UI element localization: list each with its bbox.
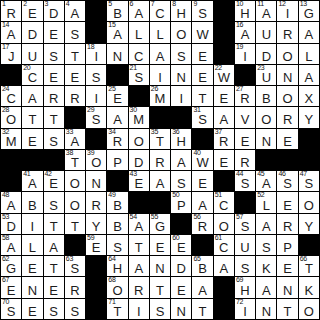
grid-cell[interactable]: 14A — [1, 22, 21, 42]
grid-cell[interactable]: 33A — [65, 129, 85, 149]
cell-letter: U — [28, 45, 37, 63]
grid-cell[interactable]: S — [107, 235, 127, 255]
grid-cell[interactable]: S — [65, 22, 85, 42]
grid-cell[interactable]: 64H — [107, 256, 127, 276]
grid-cell[interactable]: 17J — [1, 44, 21, 64]
grid-cell[interactable]: D — [22, 22, 42, 42]
grid-cell[interactable]: 66T — [299, 256, 319, 276]
grid-cell[interactable]: E — [214, 86, 234, 106]
grid-cell[interactable]: N — [256, 129, 276, 149]
black-cell — [65, 235, 85, 255]
cell-letter: E — [28, 130, 37, 148]
grid-cell[interactable]: A — [214, 107, 234, 127]
grid-cell[interactable]: 35T — [150, 129, 170, 149]
grid-cell[interactable]: O — [277, 86, 297, 106]
grid-cell[interactable]: S — [171, 171, 191, 191]
grid-cell[interactable]: 13G — [299, 1, 319, 21]
cell-letter: E — [198, 172, 207, 190]
grid-cell[interactable]: N — [277, 65, 297, 85]
grid-cell[interactable]: P — [107, 150, 127, 170]
grid-cell[interactable]: T — [22, 107, 42, 127]
grid-cell[interactable]: K — [256, 256, 276, 276]
grid-cell[interactable]: B — [107, 214, 127, 234]
grid-cell[interactable]: D — [129, 150, 149, 170]
grid-cell[interactable]: 57S — [235, 214, 255, 234]
black-cell — [150, 107, 170, 127]
cell-letter: R — [283, 108, 292, 126]
grid-cell[interactable]: 23U — [256, 65, 276, 85]
cell-letter: T — [156, 279, 164, 297]
grid-cell[interactable]: A — [171, 150, 191, 170]
grid-cell[interactable]: 68O — [107, 277, 127, 297]
grid-cell[interactable]: S — [65, 299, 85, 319]
grid-cell[interactable]: N — [22, 277, 42, 297]
black-cell — [192, 235, 212, 255]
cell-letter: O — [261, 108, 271, 126]
grid-cell[interactable]: 1R — [1, 1, 21, 21]
cell-letter: E — [49, 279, 58, 297]
cell-letter: R — [92, 194, 101, 212]
cell-letter: E — [241, 130, 250, 148]
cell-letter: R — [283, 23, 292, 41]
grid-cell[interactable]: 19I — [235, 44, 255, 64]
cell-letter: I — [179, 87, 183, 105]
cell-letter: O — [283, 87, 293, 105]
grid-cell[interactable]: 46S — [277, 171, 297, 191]
grid-cell[interactable]: O — [65, 192, 85, 212]
grid-cell[interactable]: B — [256, 86, 276, 106]
cell-letter: A — [156, 45, 165, 63]
grid-cell[interactable]: 11A — [256, 1, 276, 21]
grid-cell[interactable]: 34R — [107, 129, 127, 149]
grid-cell[interactable]: A — [150, 171, 170, 191]
grid-cell[interactable]: T — [277, 299, 297, 319]
black-cell — [171, 107, 191, 127]
cell-number: 26 — [151, 85, 158, 93]
cell-letter: S — [198, 2, 207, 20]
grid-cell[interactable]: 49B — [107, 192, 127, 212]
grid-cell[interactable]: L — [22, 235, 42, 255]
cell-number: 25 — [108, 85, 115, 93]
grid-cell[interactable]: 44S — [235, 171, 255, 191]
cell-number: 19 — [236, 43, 243, 51]
cell-letter: E — [198, 66, 207, 84]
cell-letter: N — [283, 279, 292, 297]
grid-cell[interactable]: I — [86, 86, 106, 106]
cell-number: 3 — [45, 0, 49, 8]
grid-cell[interactable]: S — [235, 256, 255, 276]
grid-cell[interactable]: 16A — [235, 22, 255, 42]
grid-cell[interactable]: E — [235, 129, 255, 149]
grid-cell[interactable]: T — [44, 214, 64, 234]
grid-cell[interactable]: 43E — [129, 171, 149, 191]
black-cell — [129, 86, 149, 106]
grid-cell[interactable]: 10H — [235, 1, 255, 21]
grid-cell[interactable]: 6A — [129, 1, 149, 21]
cell-letter: I — [286, 2, 290, 20]
grid-cell[interactable]: T — [44, 107, 64, 127]
cell-number: 59 — [87, 234, 94, 242]
cell-number: 55 — [151, 213, 158, 221]
grid-cell[interactable]: E — [22, 299, 42, 319]
grid-cell[interactable]: 69H — [235, 277, 255, 297]
cell-number: 43 — [130, 170, 137, 178]
grid-cell[interactable]: 71T — [107, 299, 127, 319]
grid-cell[interactable]: 60E — [171, 235, 191, 255]
cell-letter: I — [158, 66, 162, 84]
grid-cell[interactable]: O — [129, 129, 149, 149]
cell-letter: O — [134, 130, 144, 148]
grid-cell[interactable]: 31S — [192, 107, 212, 127]
grid-cell[interactable]: N — [171, 65, 191, 85]
grid-cell[interactable]: 24C — [1, 86, 21, 106]
grid-cell[interactable]: Y — [299, 107, 319, 127]
grid-cell[interactable]: R — [235, 150, 255, 170]
cell-number: 29 — [87, 106, 94, 114]
cell-letter: S — [113, 236, 122, 254]
cell-letter: Y — [305, 108, 314, 126]
grid-cell[interactable]: 40W — [192, 150, 212, 170]
grid-cell[interactable]: 42E — [44, 171, 64, 191]
grid-cell[interactable]: D — [171, 256, 191, 276]
grid-cell[interactable]: E — [22, 256, 42, 276]
cell-letter: S — [92, 66, 101, 84]
grid-cell[interactable]: O — [299, 299, 319, 319]
cell-letter: A — [305, 23, 314, 41]
grid-cell[interactable]: Y — [299, 214, 319, 234]
grid-cell[interactable]: 4A — [65, 1, 85, 21]
grid-cell[interactable]: 21S — [129, 65, 149, 85]
grid-cell[interactable]: 5B — [107, 1, 127, 21]
grid-cell[interactable]: N — [277, 277, 297, 297]
grid-cell[interactable]: R — [44, 86, 64, 106]
grid-cell[interactable]: B — [22, 192, 42, 212]
grid-cell[interactable]: 27R — [235, 86, 255, 106]
cell-letter: N — [283, 66, 292, 84]
grid-cell[interactable]: N — [107, 44, 127, 64]
cell-number: 28 — [2, 106, 9, 114]
grid-cell[interactable]: R — [277, 22, 297, 42]
grid-cell[interactable]: E — [44, 65, 64, 85]
grid-cell[interactable]: A — [192, 277, 212, 297]
grid-cell[interactable]: L — [150, 22, 170, 42]
grid-cell[interactable]: 20C — [22, 65, 42, 85]
grid-cell[interactable]: 26M — [150, 86, 170, 106]
grid-cell[interactable]: I — [171, 86, 191, 106]
grid-cell[interactable]: D — [256, 44, 276, 64]
cell-number: 61 — [215, 234, 222, 242]
grid-cell[interactable]: 56R — [192, 214, 212, 234]
cell-number: 13 — [300, 0, 307, 8]
cell-letter: A — [71, 2, 80, 20]
grid-cell[interactable]: S — [44, 129, 64, 149]
cell-number: 17 — [2, 43, 9, 51]
grid-cell[interactable]: 22W — [214, 65, 234, 85]
grid-cell[interactable]: E — [22, 129, 42, 149]
grid-cell[interactable]: 45A — [256, 171, 276, 191]
cell-number: 20 — [23, 64, 30, 72]
black-cell — [214, 299, 234, 319]
grid-cell[interactable]: 58A — [1, 235, 21, 255]
cell-letter: A — [198, 194, 207, 212]
black-cell — [1, 65, 21, 85]
grid-cell[interactable]: X — [299, 86, 319, 106]
grid-cell[interactable]: E — [214, 150, 234, 170]
black-cell — [86, 299, 106, 319]
grid-cell[interactable]: A — [44, 235, 64, 255]
grid-cell[interactable]: O — [214, 214, 234, 234]
cell-letter: T — [71, 45, 79, 63]
cell-number: 56 — [193, 213, 200, 221]
grid-cell[interactable]: T — [44, 256, 64, 276]
black-cell — [214, 171, 234, 191]
grid-cell[interactable]: 48A — [1, 192, 21, 212]
cell-letter: O — [70, 194, 80, 212]
black-cell — [86, 1, 106, 21]
cell-letter: L — [135, 23, 142, 41]
grid-cell[interactable]: 41A — [22, 171, 42, 191]
cell-number: 72 — [236, 298, 243, 306]
grid-cell[interactable]: E — [150, 235, 170, 255]
black-cell — [22, 150, 42, 170]
cell-number: 8 — [172, 0, 176, 8]
cell-letter: N — [92, 172, 101, 190]
grid-cell[interactable]: O — [299, 192, 319, 212]
grid-cell[interactable]: 29S — [86, 107, 106, 127]
grid-cell[interactable]: 28O — [1, 107, 21, 127]
grid-cell[interactable]: Y — [86, 214, 106, 234]
cell-letter: P — [283, 236, 292, 254]
grid-cell[interactable]: A — [256, 277, 276, 297]
cell-letter: I — [31, 215, 35, 233]
grid-cell[interactable]: 30M — [129, 107, 149, 127]
cell-letter: D — [49, 2, 58, 20]
grid-cell[interactable]: K — [299, 277, 319, 297]
grid-cell[interactable]: I — [150, 65, 170, 85]
grid-cell[interactable]: E — [192, 171, 212, 191]
cell-letter: E — [49, 23, 58, 41]
grid-cell[interactable]: E — [44, 277, 64, 297]
cell-letter: A — [134, 257, 143, 275]
cell-number: 64 — [108, 255, 115, 263]
grid-cell[interactable]: E — [277, 192, 297, 212]
grid-cell[interactable]: S — [44, 192, 64, 212]
grid-cell[interactable]: 38T — [65, 150, 85, 170]
grid-cell[interactable]: 9S — [192, 1, 212, 21]
grid-cell[interactable]: 63S — [65, 256, 85, 276]
cell-number: 16 — [236, 21, 243, 29]
grid-cell[interactable]: U — [235, 235, 255, 255]
cell-letter: R — [70, 279, 79, 297]
grid-cell[interactable]: R — [150, 150, 170, 170]
grid-cell[interactable]: 65B — [192, 256, 212, 276]
grid-cell[interactable]: 67E — [1, 277, 21, 297]
grid-cell[interactable]: S — [150, 299, 170, 319]
grid-cell[interactable]: A — [129, 256, 149, 276]
grid-cell[interactable]: 8H — [171, 1, 191, 21]
grid-cell[interactable]: R — [277, 214, 297, 234]
cell-letter: O — [70, 172, 80, 190]
grid-cell[interactable]: I — [22, 214, 42, 234]
cell-letter: K — [262, 257, 271, 275]
cell-letter: L — [305, 45, 312, 63]
cell-letter: U — [262, 23, 271, 41]
black-cell — [214, 22, 234, 42]
grid-cell[interactable]: 50P — [171, 192, 191, 212]
grid-cell[interactable]: S — [44, 44, 64, 64]
cell-number: 57 — [236, 213, 243, 221]
grid-cell[interactable]: 36H — [171, 129, 191, 149]
cell-number: 11 — [257, 0, 264, 8]
grid-cell[interactable]: S — [86, 65, 106, 85]
cell-number: 41 — [23, 170, 30, 178]
grid-cell[interactable]: 15A — [107, 22, 127, 42]
grid-cell[interactable]: O — [171, 22, 191, 42]
grid-cell[interactable]: S — [256, 235, 276, 255]
grid-cell[interactable]: 51C — [214, 192, 234, 212]
cell-letter: E — [219, 151, 228, 169]
crossword-board: 1R2E3D4A5B6A7C8H9S10H11A12I13G14ADES15AL… — [0, 0, 320, 320]
cell-letter: E — [177, 279, 186, 297]
cell-number: 52 — [257, 191, 264, 199]
cell-letter: S — [241, 257, 250, 275]
grid-cell[interactable]: 61C — [214, 235, 234, 255]
grid-cell[interactable]: 62G — [1, 256, 21, 276]
grid-cell[interactable]: T — [65, 44, 85, 64]
grid-cell[interactable]: 53D — [1, 214, 21, 234]
cell-letter: N — [177, 300, 186, 318]
grid-cell[interactable]: O — [277, 44, 297, 64]
cell-letter: K — [305, 279, 314, 297]
grid-cell[interactable]: 18I — [86, 44, 106, 64]
grid-cell[interactable]: 25E — [107, 86, 127, 106]
grid-cell[interactable]: P — [277, 235, 297, 255]
cell-number: 46 — [278, 170, 285, 178]
grid-cell[interactable]: R — [65, 86, 85, 106]
grid-cell[interactable]: 59E — [86, 235, 106, 255]
cell-letter: A — [49, 236, 58, 254]
grid-cell[interactable]: A — [214, 256, 234, 276]
grid-cell[interactable]: E — [65, 65, 85, 85]
grid-cell[interactable]: E — [277, 129, 297, 149]
grid-cell[interactable]: E — [192, 44, 212, 64]
grid-cell[interactable]: N — [171, 299, 191, 319]
grid-cell[interactable]: 47S — [299, 171, 319, 191]
grid-cell[interactable]: 55G — [150, 214, 170, 234]
grid-cell[interactable]: N — [256, 299, 276, 319]
cell-letter: T — [50, 257, 58, 275]
grid-cell[interactable]: U — [256, 22, 276, 42]
grid-cell[interactable]: A — [22, 86, 42, 106]
black-cell — [214, 44, 234, 64]
cell-letter: B — [28, 194, 37, 212]
black-cell — [44, 150, 64, 170]
grid-cell[interactable]: T — [192, 86, 212, 106]
grid-cell[interactable]: A — [107, 107, 127, 127]
grid-cell[interactable]: 7C — [150, 1, 170, 21]
cell-number: 6 — [130, 0, 134, 8]
grid-cell[interactable]: A — [299, 65, 319, 85]
grid-cell[interactable]: C — [129, 44, 149, 64]
cell-number: 14 — [2, 21, 9, 29]
grid-cell[interactable]: N — [86, 171, 106, 191]
grid-cell[interactable]: L — [299, 44, 319, 64]
grid-cell[interactable]: I — [129, 299, 149, 319]
grid-cell[interactable]: N — [150, 256, 170, 276]
grid-cell[interactable]: O — [256, 107, 276, 127]
cell-letter: B — [113, 2, 122, 20]
grid-cell[interactable]: T — [65, 214, 85, 234]
grid-cell[interactable]: V — [235, 107, 255, 127]
grid-cell[interactable]: T — [129, 235, 149, 255]
cell-letter: A — [198, 279, 207, 297]
black-cell — [65, 107, 85, 127]
grid-cell[interactable]: A — [192, 192, 212, 212]
grid-cell[interactable]: 70S — [1, 299, 21, 319]
grid-cell[interactable]: A — [150, 44, 170, 64]
cell-letter: I — [94, 45, 98, 63]
grid-cell[interactable]: A — [256, 214, 276, 234]
grid-cell[interactable]: O — [65, 171, 85, 191]
cell-letter: A — [219, 257, 228, 275]
grid-cell[interactable]: R — [65, 277, 85, 297]
grid-cell[interactable]: T — [150, 277, 170, 297]
grid-cell[interactable]: A — [299, 22, 319, 42]
grid-cell[interactable]: 12I — [277, 1, 297, 21]
grid-cell[interactable]: R — [129, 277, 149, 297]
cell-letter: S — [49, 130, 58, 148]
grid-cell[interactable]: 72I — [235, 299, 255, 319]
cell-number: 7 — [151, 0, 155, 8]
grid-cell[interactable]: 37R — [214, 129, 234, 149]
grid-cell[interactable]: U — [22, 44, 42, 64]
black-cell — [86, 129, 106, 149]
cell-letter: I — [94, 87, 98, 105]
grid-cell[interactable]: L — [129, 22, 149, 42]
cell-number: 32 — [2, 128, 9, 136]
grid-cell[interactable]: R — [86, 192, 106, 212]
grid-cell[interactable]: 39O — [86, 150, 106, 170]
grid-cell[interactable]: E — [44, 22, 64, 42]
grid-cell[interactable]: 2E — [22, 1, 42, 21]
grid-cell[interactable]: E — [277, 256, 297, 276]
cell-number: 12 — [278, 0, 285, 8]
cell-letter: N — [262, 130, 271, 148]
grid-cell[interactable]: S — [171, 44, 191, 64]
cell-number: 50 — [172, 191, 179, 199]
grid-cell[interactable]: R — [277, 107, 297, 127]
cell-number: 37 — [215, 128, 222, 136]
cell-letter: I — [243, 45, 247, 63]
grid-cell[interactable]: 32M — [1, 129, 21, 149]
grid-cell[interactable]: S — [44, 299, 64, 319]
cell-letter: B — [262, 87, 271, 105]
grid-cell[interactable]: E — [171, 277, 191, 297]
cell-letter: X — [305, 87, 314, 105]
grid-cell[interactable]: 3D — [44, 1, 64, 21]
cell-number: 33 — [66, 128, 73, 136]
grid-cell[interactable]: 54A — [129, 214, 149, 234]
black-cell — [107, 171, 127, 191]
grid-cell[interactable]: E — [192, 65, 212, 85]
grid-cell[interactable]: 52L — [256, 192, 276, 212]
grid-cell[interactable]: T — [192, 299, 212, 319]
cell-number: 23 — [257, 64, 264, 72]
black-cell — [107, 65, 127, 85]
cell-letter: R — [70, 87, 79, 105]
grid-cell[interactable]: W — [192, 22, 212, 42]
cell-number: 71 — [108, 298, 115, 306]
